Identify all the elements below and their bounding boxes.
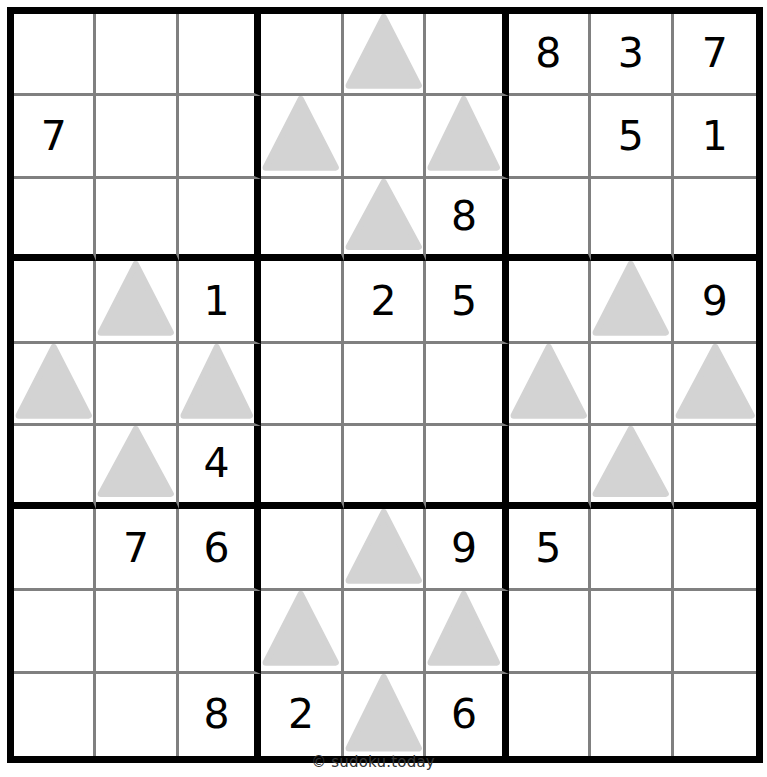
cell-r2c9[interactable]: 1 (674, 96, 756, 178)
cell-r8c1[interactable] (14, 591, 96, 673)
cell-r1c7[interactable]: 8 (509, 14, 591, 96)
cell-r2c3[interactable] (179, 96, 261, 178)
given-digit: 8 (451, 196, 477, 237)
given-digit: 5 (618, 116, 644, 157)
cell-r3c3[interactable] (179, 179, 261, 261)
given-digit: 7 (123, 528, 149, 569)
cell-r5c6[interactable] (426, 344, 508, 426)
cell-r8c9[interactable] (674, 591, 756, 673)
cell-r4c4[interactable] (261, 261, 343, 343)
cell-r6c5[interactable] (344, 426, 426, 508)
cell-r6c8[interactable] (591, 426, 673, 508)
cell-r4c3[interactable]: 1 (179, 261, 261, 343)
given-digit: 5 (535, 528, 561, 569)
cell-r6c9[interactable] (674, 426, 756, 508)
cell-r2c2[interactable] (96, 96, 178, 178)
cell-r6c3[interactable]: 4 (179, 426, 261, 508)
cell-r7c6[interactable]: 9 (426, 509, 508, 591)
triangle-mark-icon (344, 674, 423, 756)
cell-r5c4[interactable] (261, 344, 343, 426)
cell-r8c8[interactable] (591, 591, 673, 673)
cell-r4c7[interactable] (509, 261, 591, 343)
cell-r4c9[interactable]: 9 (674, 261, 756, 343)
cell-r4c6[interactable]: 5 (426, 261, 508, 343)
triangle-mark-icon (509, 344, 588, 423)
given-digit: 9 (702, 281, 728, 322)
cell-r1c1[interactable] (14, 14, 96, 96)
triangle-mark-icon (591, 426, 670, 501)
cell-r7c1[interactable] (14, 509, 96, 591)
cell-r1c4[interactable] (261, 14, 343, 96)
given-digit: 2 (288, 694, 314, 735)
cell-r8c4[interactable] (261, 591, 343, 673)
sudoku-board: 8377518125947695826 (7, 7, 763, 763)
cell-r6c7[interactable] (509, 426, 591, 508)
copyright-text: © sudoku.today (0, 753, 746, 771)
triangle-mark-icon (344, 509, 423, 588)
cell-r8c2[interactable] (96, 591, 178, 673)
cell-r6c2[interactable] (96, 426, 178, 508)
given-digit: 7 (702, 33, 728, 74)
triangle-mark-icon (426, 591, 501, 670)
cell-r8c3[interactable] (179, 591, 261, 673)
cell-r7c2[interactable]: 7 (96, 509, 178, 591)
cell-r7c4[interactable] (261, 509, 343, 591)
cell-r3c6[interactable]: 8 (426, 179, 508, 261)
cell-r3c9[interactable] (674, 179, 756, 261)
given-digit: 2 (370, 281, 396, 322)
given-digit: 8 (535, 33, 561, 74)
triangle-mark-icon (179, 344, 254, 423)
cell-r3c7[interactable] (509, 179, 591, 261)
cell-r7c8[interactable] (591, 509, 673, 591)
cell-r2c4[interactable] (261, 96, 343, 178)
cell-r7c9[interactable] (674, 509, 756, 591)
triangle-mark-icon (96, 426, 175, 501)
cell-r1c2[interactable] (96, 14, 178, 96)
cell-r9c6[interactable]: 6 (426, 674, 508, 756)
cell-r2c5[interactable] (344, 96, 426, 178)
cell-r8c6[interactable] (426, 591, 508, 673)
cell-r9c9[interactable] (674, 674, 756, 756)
cell-r9c1[interactable] (14, 674, 96, 756)
given-digit: 7 (41, 116, 67, 157)
cell-r5c2[interactable] (96, 344, 178, 426)
cell-r5c8[interactable] (591, 344, 673, 426)
triangle-mark-icon (344, 179, 423, 254)
cell-r5c9[interactable] (674, 344, 756, 426)
cell-r3c1[interactable] (14, 179, 96, 261)
given-digit: 9 (451, 528, 477, 569)
cell-r9c2[interactable] (96, 674, 178, 756)
cell-r3c4[interactable] (261, 179, 343, 261)
given-digit: 6 (451, 694, 477, 735)
cell-r1c8[interactable]: 3 (591, 14, 673, 96)
given-digit: 1 (204, 281, 230, 322)
cell-r7c3[interactable]: 6 (179, 509, 261, 591)
cell-r2c7[interactable] (509, 96, 591, 178)
given-digit: 3 (618, 33, 644, 74)
cell-r1c9[interactable]: 7 (674, 14, 756, 96)
triangle-mark-icon (96, 261, 175, 340)
cell-r5c7[interactable] (509, 344, 591, 426)
cell-r5c1[interactable] (14, 344, 96, 426)
given-digit: 1 (702, 116, 728, 157)
triangle-mark-icon (344, 14, 423, 93)
puzzle-page: 8377518125947695826 © sudoku.today (0, 0, 767, 777)
cell-r4c2[interactable] (96, 261, 178, 343)
cell-r9c8[interactable] (591, 674, 673, 756)
cell-r2c8[interactable]: 5 (591, 96, 673, 178)
cell-r4c5[interactable]: 2 (344, 261, 426, 343)
cell-r4c8[interactable] (591, 261, 673, 343)
triangle-mark-icon (591, 261, 670, 340)
cell-r9c3[interactable]: 8 (179, 674, 261, 756)
cell-r2c1[interactable]: 7 (14, 96, 96, 178)
cell-r5c5[interactable] (344, 344, 426, 426)
cell-r6c6[interactable] (426, 426, 508, 508)
cell-r9c4[interactable]: 2 (261, 674, 343, 756)
given-digit: 8 (204, 694, 230, 735)
given-digit: 5 (451, 281, 477, 322)
cell-r7c5[interactable] (344, 509, 426, 591)
triangle-mark-icon (261, 96, 340, 175)
triangle-mark-icon (674, 344, 756, 423)
cell-r8c5[interactable] (344, 591, 426, 673)
cell-r2c6[interactable] (426, 96, 508, 178)
cell-r4c1[interactable] (14, 261, 96, 343)
cell-r8c7[interactable] (509, 591, 591, 673)
cell-r9c5[interactable] (344, 674, 426, 756)
cell-r3c5[interactable] (344, 179, 426, 261)
cell-r1c6[interactable] (426, 14, 508, 96)
cell-r9c7[interactable] (509, 674, 591, 756)
cell-r1c5[interactable] (344, 14, 426, 96)
given-digit: 4 (204, 443, 230, 484)
cell-r6c1[interactable] (14, 426, 96, 508)
cell-r1c3[interactable] (179, 14, 261, 96)
cell-r5c3[interactable] (179, 344, 261, 426)
given-digit: 6 (204, 528, 230, 569)
triangle-mark-icon (14, 344, 93, 423)
cell-r7c7[interactable]: 5 (509, 509, 591, 591)
triangle-mark-icon (261, 591, 340, 670)
triangle-mark-icon (426, 96, 501, 175)
cell-r3c8[interactable] (591, 179, 673, 261)
cell-r3c2[interactable] (96, 179, 178, 261)
cell-r6c4[interactable] (261, 426, 343, 508)
